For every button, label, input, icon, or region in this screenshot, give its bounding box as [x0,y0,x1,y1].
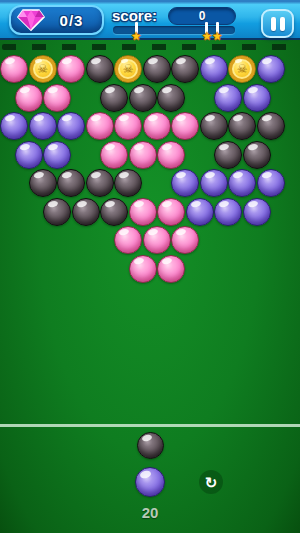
bubble-pink [171,226,199,254]
bubble-dark-gray [143,55,171,83]
bubble-purple [257,169,285,197]
bubble-purple [171,169,199,197]
bubble-dark-gray [171,55,199,83]
bubble-purple [257,55,285,83]
bubble-pink [143,226,171,254]
bubble-purple [43,141,71,169]
bubble-dark-gray [43,198,71,226]
bubble-pink [43,84,71,112]
gems-count-label: 0/3 [45,12,102,29]
bubble-dark-gray [57,169,85,197]
bubble-board[interactable]: ☠☠☠ [0,40,300,425]
bubble-pink [157,255,185,283]
bubble-purple [228,169,256,197]
bubble-gold-coin: ☠ [29,55,57,83]
bubble-dark-gray [114,169,142,197]
bubble-dark-gray [243,141,271,169]
bubble-purple [214,84,242,112]
bubble-pink [129,198,157,226]
bubble-dark-gray [100,84,128,112]
bubble-pink [15,84,43,112]
current-bubble-purple[interactable] [135,467,165,497]
bubble-dark-gray [157,84,185,112]
bubble-pink [86,112,114,140]
next-bubble-dark-gray[interactable] [137,432,164,459]
pause-icon [280,17,285,31]
bubble-purple [243,198,271,226]
coin-emblem-icon: ☠ [123,63,134,75]
game-screen: 0/3 score: 0 ★★★ ☠☠☠ ↻ 20 [0,0,300,533]
pause-icon [271,17,276,31]
bubble-dark-gray [257,112,285,140]
shots-remaining: 20 [0,504,300,521]
bubble-dark-gray [129,84,157,112]
header-bar: 0/3 score: 0 ★★★ [0,0,300,40]
bubble-pink [157,141,185,169]
bubble-dark-gray [100,198,128,226]
bubble-dark-gray [214,141,242,169]
swap-bubble-button[interactable]: ↻ [199,470,223,494]
bubble-pink [100,141,128,169]
bubble-pink [143,112,171,140]
bubble-dark-gray [86,169,114,197]
coin-emblem-icon: ☠ [37,63,48,75]
bubble-gold-coin: ☠ [114,55,142,83]
bubble-purple [15,141,43,169]
shooter-line [0,424,300,427]
bubble-dark-gray [29,169,57,197]
bubble-dark-gray [200,112,228,140]
bubble-dark-gray [228,112,256,140]
bubble-purple [29,112,57,140]
bubble-pink [0,55,28,83]
bubble-purple [57,112,85,140]
bubble-purple [243,84,271,112]
bubble-pink [171,112,199,140]
bubble-pink [57,55,85,83]
bubble-purple [186,198,214,226]
bubble-pink [129,141,157,169]
bubble-dark-gray [72,198,100,226]
bubble-pink [114,112,142,140]
gem-icon [17,8,45,32]
bubble-purple [200,169,228,197]
gems-counter-badge: 0/3 [9,5,104,35]
score-value: 0 [199,9,206,23]
bubble-dark-gray [86,55,114,83]
bubble-gold-coin: ☠ [228,55,256,83]
coin-emblem-icon: ☠ [237,63,248,75]
bubble-pink [114,226,142,254]
bubble-purple [0,112,28,140]
bubble-pink [129,255,157,283]
bubble-purple [214,198,242,226]
swap-icon: ↻ [205,475,218,490]
score-value-box: 0 [168,7,236,25]
pause-button[interactable] [261,9,294,38]
bubble-purple [200,55,228,83]
bubble-pink [157,198,185,226]
